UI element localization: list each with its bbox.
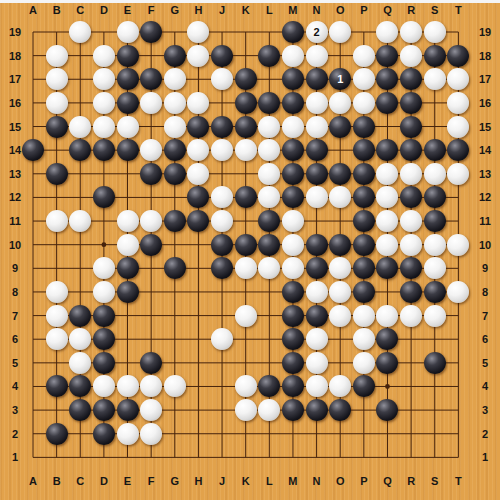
stone-black [447, 45, 469, 67]
stone-black [69, 399, 91, 421]
stone-white [117, 210, 139, 232]
stone-black [353, 116, 375, 138]
stone-black [282, 163, 304, 185]
coordinate-label: J [219, 5, 225, 16]
stone-white [46, 328, 68, 350]
stone-black [424, 352, 446, 374]
coordinate-label: 8 [12, 286, 18, 297]
coordinate-label: 1 [12, 452, 18, 463]
coordinate-label: O [336, 476, 345, 487]
coordinate-label: 10 [479, 239, 491, 250]
stone-white [400, 163, 422, 185]
stone-white [400, 234, 422, 256]
stone-white [93, 45, 115, 67]
coordinate-label: 2 [12, 428, 18, 439]
coordinate-label: 16 [9, 97, 21, 108]
stone-white [282, 116, 304, 138]
coordinate-label: 6 [482, 334, 488, 345]
stone-black [282, 375, 304, 397]
coordinate-label: E [124, 5, 131, 16]
stone-white [93, 68, 115, 90]
stone-white [447, 116, 469, 138]
stone-black [46, 116, 68, 138]
stone-black [69, 375, 91, 397]
stone-white [69, 352, 91, 374]
stone-black [211, 257, 233, 279]
coordinate-label: J [219, 476, 225, 487]
stone-white [140, 139, 162, 161]
stone-white [306, 281, 328, 303]
coordinate-label: 3 [482, 405, 488, 416]
go-board: AABBCCDDEEFFGGHHJJKKLLMMNNOOPPQQRRSSTT19… [0, 0, 500, 500]
move-number-label: 2 [306, 21, 328, 43]
stone-white [235, 139, 257, 161]
coordinate-label: 3 [12, 405, 18, 416]
stone-white [353, 305, 375, 327]
coordinate-label: 13 [9, 168, 21, 179]
stone-black [93, 423, 115, 445]
coordinate-label: 13 [479, 168, 491, 179]
coordinate-label: C [76, 5, 84, 16]
stone-white [282, 210, 304, 232]
stone-white [329, 305, 351, 327]
stone-white [424, 68, 446, 90]
coordinate-label: N [313, 476, 321, 487]
stone-white [258, 163, 280, 185]
stone-black [329, 399, 351, 421]
stone-black [306, 139, 328, 161]
stone-black [424, 281, 446, 303]
stone-black [117, 257, 139, 279]
stone-white [140, 92, 162, 114]
stone-white [69, 21, 91, 43]
coordinate-label: D [100, 5, 108, 16]
coordinate-label: 18 [9, 50, 21, 61]
stone-white [93, 116, 115, 138]
coordinate-label: 19 [479, 27, 491, 38]
stone-white [258, 139, 280, 161]
stone-black [424, 139, 446, 161]
stone-black [117, 45, 139, 67]
stone-white [258, 116, 280, 138]
coordinate-label: H [194, 5, 202, 16]
stone-black [117, 399, 139, 421]
stone-white [376, 234, 398, 256]
stone-white [235, 399, 257, 421]
stone-white [117, 116, 139, 138]
stone-black [117, 92, 139, 114]
stone-white [376, 186, 398, 208]
coordinate-label: 17 [479, 74, 491, 85]
stone-white [93, 257, 115, 279]
stone-white [258, 399, 280, 421]
stone-black [235, 116, 257, 138]
coordinate-label: 11 [479, 216, 491, 227]
coordinate-label: S [431, 476, 438, 487]
stone-black [235, 68, 257, 90]
coordinate-label: 9 [12, 263, 18, 274]
coordinate-label: D [100, 476, 108, 487]
coordinate-label: B [53, 5, 61, 16]
stone-black [140, 352, 162, 374]
stone-black [140, 163, 162, 185]
stone-white [46, 92, 68, 114]
stone-black [282, 139, 304, 161]
stone-white [447, 234, 469, 256]
stone-black [400, 281, 422, 303]
stone-white [140, 423, 162, 445]
stone-black [258, 92, 280, 114]
coordinate-label: E [124, 476, 131, 487]
stone-black [282, 68, 304, 90]
stone-white [93, 281, 115, 303]
stone-black [117, 68, 139, 90]
coordinate-label: 16 [479, 97, 491, 108]
stone-white [306, 45, 328, 67]
stone-black [164, 163, 186, 185]
stone-white [93, 92, 115, 114]
stone-black [447, 139, 469, 161]
stone-black [306, 305, 328, 327]
stone-black [353, 186, 375, 208]
stone-black [282, 328, 304, 350]
coordinate-label: 1 [482, 452, 488, 463]
stone-black [424, 210, 446, 232]
stone-black [93, 139, 115, 161]
stone-white [46, 68, 68, 90]
stone-black [140, 234, 162, 256]
stone-black [164, 45, 186, 67]
stone-white [400, 45, 422, 67]
stone-black [93, 399, 115, 421]
coordinate-label: 12 [9, 192, 21, 203]
stone-white [353, 328, 375, 350]
stone-white [93, 375, 115, 397]
stone-white [306, 92, 328, 114]
stone-white [187, 92, 209, 114]
stone-white [235, 305, 257, 327]
stone-white [447, 92, 469, 114]
stone-white [187, 163, 209, 185]
coordinate-label: 19 [9, 27, 21, 38]
stone-white [164, 375, 186, 397]
stone-white [211, 328, 233, 350]
stone-white [400, 305, 422, 327]
stone-black [235, 92, 257, 114]
coordinate-label: K [242, 5, 250, 16]
stone-black: 1 [329, 68, 351, 90]
stone-black [140, 68, 162, 90]
stone-white [140, 210, 162, 232]
stone-white [187, 139, 209, 161]
coordinate-label: B [53, 476, 61, 487]
stone-white [46, 45, 68, 67]
coordinate-label: F [148, 5, 155, 16]
coordinate-label: 17 [9, 74, 21, 85]
coordinate-label: L [266, 476, 273, 487]
coordinate-label: 7 [12, 310, 18, 321]
stone-white [306, 116, 328, 138]
stone-white [117, 234, 139, 256]
stone-black [22, 139, 44, 161]
stone-black [424, 186, 446, 208]
stone-white [46, 281, 68, 303]
stone-black [117, 139, 139, 161]
stone-white [211, 68, 233, 90]
stone-black [376, 257, 398, 279]
stone-black [400, 68, 422, 90]
board-intersections[interactable]: 21 [21, 20, 470, 469]
stone-black [282, 186, 304, 208]
coordinate-label: M [288, 476, 297, 487]
stone-black [376, 352, 398, 374]
coordinate-label: 8 [482, 286, 488, 297]
stone-black [306, 163, 328, 185]
coordinate-label: 15 [479, 121, 491, 132]
stone-white [329, 186, 351, 208]
stone-white [376, 21, 398, 43]
stone-white [140, 399, 162, 421]
stone-black [306, 399, 328, 421]
stone-white [282, 45, 304, 67]
stone-black [353, 281, 375, 303]
stone-white [140, 375, 162, 397]
stone-black [353, 234, 375, 256]
stone-white [400, 21, 422, 43]
stone-black [329, 163, 351, 185]
coordinate-label: T [455, 476, 462, 487]
coordinate-label: M [288, 5, 297, 16]
stone-white [353, 92, 375, 114]
coordinate-label: H [194, 476, 202, 487]
coordinate-label: F [148, 476, 155, 487]
stone-black [329, 234, 351, 256]
stone-black [164, 210, 186, 232]
stone-white [211, 139, 233, 161]
stone-black [282, 352, 304, 374]
coordinate-label: 5 [482, 357, 488, 368]
coordinate-label: Q [383, 476, 392, 487]
coordinate-label: S [431, 5, 438, 16]
stone-white [117, 375, 139, 397]
stone-black [282, 281, 304, 303]
stone-black [353, 375, 375, 397]
coordinate-label: 6 [12, 334, 18, 345]
coordinate-label: 15 [9, 121, 21, 132]
stone-white [117, 21, 139, 43]
stone-black [258, 45, 280, 67]
coordinate-label: 4 [12, 381, 18, 392]
coordinate-label: N [313, 5, 321, 16]
stone-black [282, 399, 304, 421]
stone-white [306, 186, 328, 208]
stone-white [353, 68, 375, 90]
stone-white [211, 210, 233, 232]
coordinate-label: P [360, 5, 367, 16]
stone-white [258, 257, 280, 279]
stone-white [235, 257, 257, 279]
stone-black [376, 68, 398, 90]
coordinate-label: 5 [12, 357, 18, 368]
stone-black [235, 234, 257, 256]
stone-black [187, 186, 209, 208]
stone-black [400, 92, 422, 114]
stone-black [329, 116, 351, 138]
stone-white [211, 186, 233, 208]
coordinate-label: 9 [482, 263, 488, 274]
coordinate-label: P [360, 476, 367, 487]
coordinate-label: G [171, 5, 180, 16]
stone-white [376, 210, 398, 232]
stone-white [164, 68, 186, 90]
stone-black [46, 163, 68, 185]
coordinate-label: O [336, 5, 345, 16]
stone-black [93, 186, 115, 208]
stone-black [400, 186, 422, 208]
stone-white [424, 163, 446, 185]
stone-white [353, 45, 375, 67]
stone-black [353, 139, 375, 161]
stone-black [69, 305, 91, 327]
stone-white [329, 375, 351, 397]
stone-white [424, 234, 446, 256]
stone-black [187, 210, 209, 232]
coordinate-label: T [455, 5, 462, 16]
stone-black [376, 139, 398, 161]
stone-black [93, 352, 115, 374]
stone-white [46, 210, 68, 232]
stone-white [447, 281, 469, 303]
coordinate-label: 11 [9, 216, 21, 227]
stone-black [258, 210, 280, 232]
coordinate-label: G [171, 476, 180, 487]
stone-black [400, 139, 422, 161]
stone-black [164, 139, 186, 161]
stone-black [306, 234, 328, 256]
stone-black [376, 45, 398, 67]
coordinate-label: 14 [9, 145, 21, 156]
stone-black [376, 328, 398, 350]
stone-black [211, 45, 233, 67]
stone-black [353, 257, 375, 279]
stone-white [353, 352, 375, 374]
stone-white [46, 305, 68, 327]
stone-black [353, 210, 375, 232]
stone-black [117, 281, 139, 303]
stone-white [69, 328, 91, 350]
stone-white [282, 234, 304, 256]
stone-white [376, 305, 398, 327]
stone-white [400, 210, 422, 232]
coordinate-label: R [407, 5, 415, 16]
stone-black [187, 116, 209, 138]
coordinate-label: 10 [9, 239, 21, 250]
stone-white [235, 375, 257, 397]
stone-white [164, 116, 186, 138]
stone-black [353, 163, 375, 185]
stone-white [424, 21, 446, 43]
coordinate-label: 2 [482, 428, 488, 439]
stone-black [258, 375, 280, 397]
stone-white [424, 257, 446, 279]
coordinate-label: A [29, 476, 37, 487]
stone-white [329, 21, 351, 43]
stone-black [46, 375, 68, 397]
coordinate-label: 4 [482, 381, 488, 392]
coordinate-label: 7 [482, 310, 488, 321]
coordinate-label: C [76, 476, 84, 487]
stone-white [69, 116, 91, 138]
coordinate-label: A [29, 5, 37, 16]
stone-white [376, 163, 398, 185]
coordinate-label: L [266, 5, 273, 16]
stone-black [164, 257, 186, 279]
stone-white: 2 [306, 21, 328, 43]
stone-black [400, 257, 422, 279]
stone-black [376, 92, 398, 114]
stone-white [329, 257, 351, 279]
stone-white [306, 328, 328, 350]
stone-black [376, 399, 398, 421]
stone-black [258, 234, 280, 256]
coordinate-label: 14 [479, 145, 491, 156]
stone-white [69, 210, 91, 232]
coordinate-label: K [242, 476, 250, 487]
stone-white [329, 92, 351, 114]
stone-black [282, 305, 304, 327]
stone-white [187, 21, 209, 43]
coordinate-label: R [407, 476, 415, 487]
stone-white [447, 68, 469, 90]
stone-white [282, 257, 304, 279]
stone-white [258, 186, 280, 208]
stone-black [282, 92, 304, 114]
move-number-label: 1 [329, 68, 351, 90]
stone-white [117, 423, 139, 445]
stone-black [211, 234, 233, 256]
stone-black [46, 423, 68, 445]
stone-white [187, 45, 209, 67]
stone-black [306, 257, 328, 279]
stone-white [306, 375, 328, 397]
stone-black [235, 186, 257, 208]
stone-white [329, 281, 351, 303]
coordinate-label: Q [383, 5, 392, 16]
stone-black [93, 305, 115, 327]
stone-black [400, 116, 422, 138]
stone-white [164, 92, 186, 114]
stone-black [282, 21, 304, 43]
stone-black [424, 45, 446, 67]
stone-white [447, 163, 469, 185]
coordinate-label: 12 [479, 192, 491, 203]
stone-white [306, 352, 328, 374]
stone-black [69, 139, 91, 161]
stone-black [93, 328, 115, 350]
coordinate-label: 18 [479, 50, 491, 61]
stone-black [306, 68, 328, 90]
stone-black [211, 116, 233, 138]
stone-black [140, 21, 162, 43]
stone-white [424, 305, 446, 327]
